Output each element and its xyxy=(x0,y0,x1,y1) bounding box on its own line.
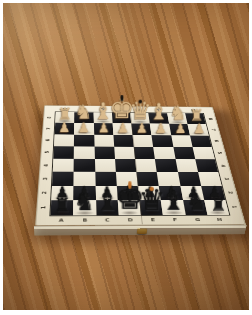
wood-table-surface: ABCDEFGH ABCDEFGH 87654321 87654321 ♜♞♝♚… xyxy=(3,3,249,310)
piece-white-pawn[interactable]: ♟ xyxy=(97,121,109,134)
piece-white-pawn[interactable]: ♟ xyxy=(174,121,186,134)
file-label-near-f: F xyxy=(173,218,178,222)
piece-black-knight[interactable]: ♞ xyxy=(186,191,207,214)
square-b1[interactable]: ♞ xyxy=(73,200,96,215)
file-label-near-d: D xyxy=(127,218,132,222)
square-c7[interactable]: ♟ xyxy=(93,123,113,134)
rank-label-left-3: 3 xyxy=(43,177,49,180)
rank-label-left-4: 4 xyxy=(43,164,49,166)
square-f5[interactable] xyxy=(153,147,175,159)
square-a6[interactable] xyxy=(54,134,74,146)
rank-label-left-8: 8 xyxy=(47,116,52,118)
rank-label-right-7: 7 xyxy=(210,129,216,131)
square-f6[interactable] xyxy=(152,135,173,147)
square-e4[interactable] xyxy=(135,159,157,172)
square-c6[interactable] xyxy=(94,135,114,147)
rank-label-left-1: 1 xyxy=(41,206,47,209)
white-king-finial xyxy=(120,95,123,102)
square-d6[interactable] xyxy=(113,135,134,147)
square-e5[interactable] xyxy=(134,147,155,159)
rank-label-right-5: 5 xyxy=(217,152,223,154)
square-d4[interactable] xyxy=(115,159,137,172)
piece-white-pawn[interactable]: ♟ xyxy=(155,121,167,134)
file-label-near-e: E xyxy=(150,218,155,222)
rank-label-right-3: 3 xyxy=(223,178,229,181)
square-h4[interactable] xyxy=(195,159,218,172)
square-f4[interactable] xyxy=(155,159,177,172)
square-b5[interactable] xyxy=(74,146,94,159)
rank-label-right-2: 2 xyxy=(227,191,233,194)
rank-label-right-8: 8 xyxy=(208,118,213,120)
file-label-near-g: G xyxy=(194,218,200,222)
piece-white-pawn[interactable]: ♟ xyxy=(58,120,70,133)
file-label-near-c: C xyxy=(105,218,110,222)
rank-label-right-6: 6 xyxy=(213,140,219,142)
square-b4[interactable] xyxy=(74,159,95,172)
piece-black-rook[interactable]: ♜ xyxy=(53,196,70,215)
square-g6[interactable] xyxy=(171,135,193,147)
square-a1[interactable]: ♜ xyxy=(51,200,74,215)
square-d5[interactable] xyxy=(114,147,135,159)
file-label-near-h: H xyxy=(216,218,222,222)
file-label-far-f: F xyxy=(155,108,159,111)
file-label-near-b: B xyxy=(82,218,87,222)
square-g5[interactable] xyxy=(173,147,195,159)
square-d7[interactable]: ♟ xyxy=(112,123,132,134)
file-label-near-a: A xyxy=(59,218,64,222)
square-d1[interactable]: ♚ xyxy=(118,200,141,215)
square-h7[interactable]: ♟ xyxy=(187,124,208,135)
square-g4[interactable] xyxy=(175,159,198,172)
black-queen-finial xyxy=(150,187,154,191)
rank-label-left-2: 2 xyxy=(42,191,48,194)
chess-board: ABCDEFGH ABCDEFGH 87654321 87654321 ♜♞♝♚… xyxy=(35,105,246,226)
piece-white-pawn[interactable]: ♟ xyxy=(193,122,205,135)
square-g1[interactable]: ♞ xyxy=(183,200,208,215)
piece-white-pawn[interactable]: ♟ xyxy=(78,120,90,133)
board-grid: ♜♞♝♚♛♝♞♜♟♟♟♟♟♟♟♟♟♟♟♟♟♟♟♟♜♞♝♚♛♝♞♜ xyxy=(51,112,230,215)
file-label-far-a: A xyxy=(63,107,67,110)
square-c5[interactable] xyxy=(94,146,115,159)
square-h5[interactable] xyxy=(192,147,214,159)
rank-label-left-7: 7 xyxy=(46,127,51,129)
square-a7[interactable]: ♟ xyxy=(55,123,75,135)
file-label-far-d: D xyxy=(118,108,122,111)
file-label-far-b: B xyxy=(82,108,86,111)
file-label-far-c: C xyxy=(100,108,104,111)
square-b6[interactable] xyxy=(74,134,94,146)
square-c4[interactable] xyxy=(94,159,115,172)
square-a5[interactable] xyxy=(53,146,74,159)
square-f7[interactable]: ♟ xyxy=(150,124,171,135)
rank-label-left-6: 6 xyxy=(45,139,51,141)
piece-black-rook[interactable]: ♜ xyxy=(210,195,227,214)
piece-black-bishop[interactable]: ♝ xyxy=(162,188,186,214)
rank-label-right-4: 4 xyxy=(220,164,226,166)
square-c1[interactable]: ♝ xyxy=(96,200,119,215)
file-label-far-e: E xyxy=(137,108,141,111)
square-h6[interactable] xyxy=(190,135,212,147)
white-queen-finial xyxy=(139,100,143,104)
piece-white-pawn[interactable]: ♟ xyxy=(117,121,129,134)
file-label-far-g: G xyxy=(173,109,178,112)
square-g7[interactable]: ♟ xyxy=(169,124,190,135)
board-frame: ABCDEFGH ABCDEFGH 87654321 87654321 ♜♞♝♚… xyxy=(35,105,246,226)
square-e7[interactable]: ♟ xyxy=(131,124,151,135)
square-b7[interactable]: ♟ xyxy=(74,123,93,134)
square-h1[interactable]: ♜ xyxy=(204,200,229,215)
piece-white-pawn[interactable]: ♟ xyxy=(136,121,148,134)
piece-black-bishop[interactable]: ♝ xyxy=(95,188,119,215)
square-e6[interactable] xyxy=(132,135,153,147)
rank-label-right-1: 1 xyxy=(231,206,238,209)
chess-set-photo: ABCDEFGH ABCDEFGH 87654321 87654321 ♜♞♝♚… xyxy=(0,0,252,315)
black-king-finial xyxy=(128,181,131,189)
square-a4[interactable] xyxy=(53,159,74,172)
file-label-far-h: H xyxy=(191,109,196,112)
piece-black-knight[interactable]: ♞ xyxy=(74,191,95,214)
rank-label-left-5: 5 xyxy=(44,151,50,153)
